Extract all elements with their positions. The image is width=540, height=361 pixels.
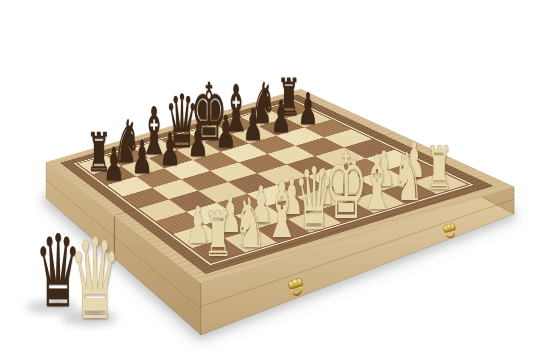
photo-stage: ♜♞♝♛♚♝♞♜♟♟♟♟♟♟♟♟♟♟♟♟♟♟♟♟♜♞♝♛♚♝♞♜♛♛ bbox=[0, 0, 540, 361]
